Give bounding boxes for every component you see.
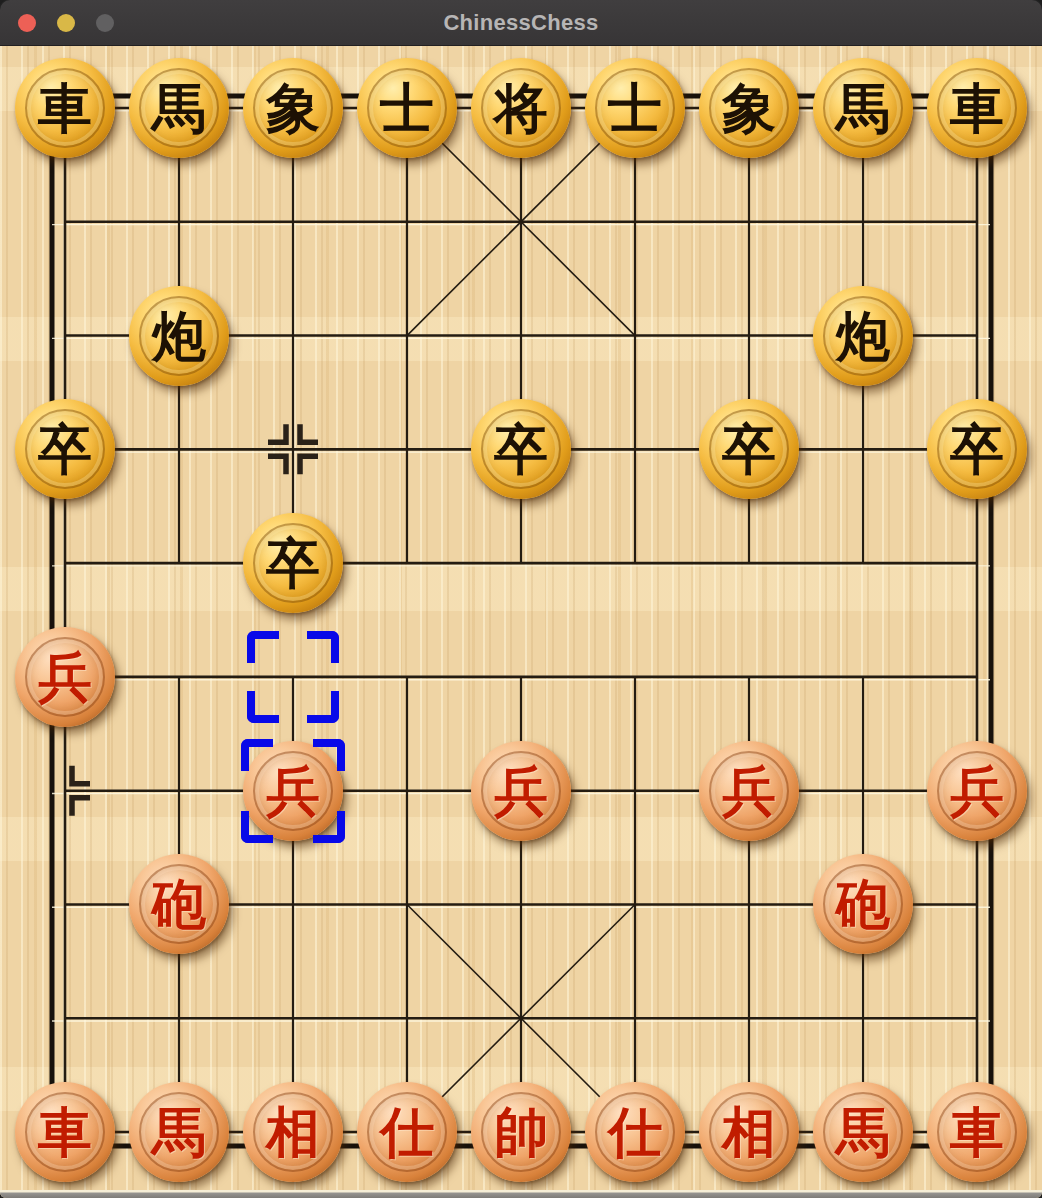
piece-character: 車 <box>950 1105 1004 1159</box>
red-horse[interactable]: 馬 <box>129 1082 229 1182</box>
piece-character: 兵 <box>38 650 92 704</box>
close-button[interactable] <box>18 14 36 32</box>
piece-character: 象 <box>266 81 320 135</box>
red-soldier[interactable]: 兵 <box>243 741 343 841</box>
window-bottom-edge <box>0 1190 1042 1198</box>
piece-character: 馬 <box>836 81 890 135</box>
piece-character: 兵 <box>950 764 1004 818</box>
piece-character: 卒 <box>494 422 548 476</box>
red-cannon[interactable]: 砲 <box>129 854 229 954</box>
piece-character: 仕 <box>380 1105 434 1159</box>
piece-character: 兵 <box>494 764 548 818</box>
black-chariot[interactable]: 車 <box>927 58 1027 158</box>
piece-character: 兵 <box>266 764 320 818</box>
piece-character: 卒 <box>38 422 92 476</box>
window-title: ChinessChess <box>443 10 598 36</box>
piece-character: 車 <box>38 1105 92 1159</box>
piece-character: 炮 <box>152 309 206 363</box>
red-chariot[interactable]: 車 <box>927 1082 1027 1182</box>
black-cannon[interactable]: 炮 <box>129 286 229 386</box>
black-soldier[interactable]: 卒 <box>15 399 115 499</box>
black-elephant[interactable]: 象 <box>243 58 343 158</box>
piece-character: 馬 <box>836 1105 890 1159</box>
piece-character: 卒 <box>950 422 1004 476</box>
piece-character: 車 <box>38 81 92 135</box>
piece-character: 相 <box>722 1105 776 1159</box>
title-bar: ChinessChess <box>0 0 1042 46</box>
black-horse[interactable]: 馬 <box>813 58 913 158</box>
piece-character: 卒 <box>266 536 320 590</box>
red-cannon[interactable]: 砲 <box>813 854 913 954</box>
black-soldier[interactable]: 卒 <box>243 513 343 613</box>
zoom-button[interactable] <box>96 14 114 32</box>
black-elephant[interactable]: 象 <box>699 58 799 158</box>
black-horse[interactable]: 馬 <box>129 58 229 158</box>
red-elephant[interactable]: 相 <box>243 1082 343 1182</box>
red-advisor[interactable]: 仕 <box>357 1082 457 1182</box>
black-soldier[interactable]: 卒 <box>927 399 1027 499</box>
board-grid <box>0 46 1042 1198</box>
black-general[interactable]: 将 <box>471 58 571 158</box>
piece-character: 相 <box>266 1105 320 1159</box>
xiangqi-board[interactable]: 車馬象士将士象馬車炮炮卒卒卒卒卒兵兵兵兵兵砲砲車馬相仕帥仕相馬車 <box>0 46 1042 1198</box>
red-soldier[interactable]: 兵 <box>927 741 1027 841</box>
piece-character: 砲 <box>836 877 890 931</box>
piece-character: 馬 <box>152 81 206 135</box>
black-cannon[interactable]: 炮 <box>813 286 913 386</box>
piece-character: 炮 <box>836 309 890 363</box>
piece-character: 象 <box>722 81 776 135</box>
piece-character: 士 <box>380 81 434 135</box>
red-soldier[interactable]: 兵 <box>471 741 571 841</box>
minimize-button[interactable] <box>57 14 75 32</box>
red-general[interactable]: 帥 <box>471 1082 571 1182</box>
piece-character: 兵 <box>722 764 776 818</box>
piece-character: 卒 <box>722 422 776 476</box>
black-advisor[interactable]: 士 <box>357 58 457 158</box>
piece-character: 将 <box>494 81 548 135</box>
black-chariot[interactable]: 車 <box>15 58 115 158</box>
piece-character: 車 <box>950 81 1004 135</box>
black-soldier[interactable]: 卒 <box>471 399 571 499</box>
red-soldier[interactable]: 兵 <box>15 627 115 727</box>
black-soldier[interactable]: 卒 <box>699 399 799 499</box>
traffic-lights <box>18 0 114 45</box>
piece-character: 砲 <box>152 877 206 931</box>
red-horse[interactable]: 馬 <box>813 1082 913 1182</box>
piece-character: 仕 <box>608 1105 662 1159</box>
black-advisor[interactable]: 士 <box>585 58 685 158</box>
piece-character: 馬 <box>152 1105 206 1159</box>
red-advisor[interactable]: 仕 <box>585 1082 685 1182</box>
red-chariot[interactable]: 車 <box>15 1082 115 1182</box>
red-soldier[interactable]: 兵 <box>699 741 799 841</box>
piece-character: 帥 <box>494 1105 548 1159</box>
app-window: ChinessChess 車馬象士将士象馬車炮炮卒卒卒卒卒兵兵兵兵兵砲砲車馬相仕… <box>0 0 1042 1198</box>
red-elephant[interactable]: 相 <box>699 1082 799 1182</box>
piece-character: 士 <box>608 81 662 135</box>
